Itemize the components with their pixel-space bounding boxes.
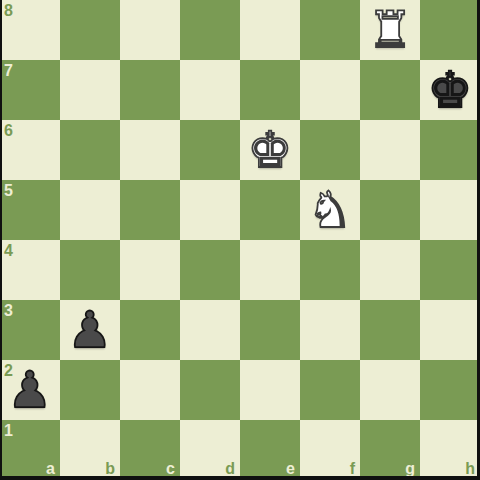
rank-label-1: 1 bbox=[4, 423, 13, 439]
square-d2[interactable] bbox=[180, 360, 240, 420]
square-g3[interactable] bbox=[360, 300, 420, 360]
board-border-bottom bbox=[0, 476, 480, 480]
square-a6[interactable]: 6 bbox=[0, 120, 60, 180]
rank-label-7: 7 bbox=[4, 63, 13, 79]
square-b3[interactable]: ♟ bbox=[60, 300, 120, 360]
square-d3[interactable] bbox=[180, 300, 240, 360]
square-a7[interactable]: 7 bbox=[0, 60, 60, 120]
file-label-h: h bbox=[465, 461, 475, 477]
square-c7[interactable] bbox=[120, 60, 180, 120]
square-e3[interactable] bbox=[240, 300, 300, 360]
black-pawn-icon[interactable]: ♟ bbox=[0, 360, 60, 420]
square-c2[interactable] bbox=[120, 360, 180, 420]
white-rook-icon[interactable]: ♜ bbox=[360, 0, 420, 60]
square-h6[interactable] bbox=[420, 120, 480, 180]
square-c8[interactable] bbox=[120, 0, 180, 60]
rank-label-3: 3 bbox=[4, 303, 13, 319]
square-h1[interactable]: h bbox=[420, 420, 480, 480]
file-label-e: e bbox=[286, 461, 295, 477]
square-c4[interactable] bbox=[120, 240, 180, 300]
square-g4[interactable] bbox=[360, 240, 420, 300]
square-f2[interactable] bbox=[300, 360, 360, 420]
square-e5[interactable] bbox=[240, 180, 300, 240]
rank-label-5: 5 bbox=[4, 183, 13, 199]
square-h2[interactable] bbox=[420, 360, 480, 420]
square-c6[interactable] bbox=[120, 120, 180, 180]
square-b4[interactable] bbox=[60, 240, 120, 300]
file-label-d: d bbox=[225, 461, 235, 477]
square-c3[interactable] bbox=[120, 300, 180, 360]
square-e7[interactable] bbox=[240, 60, 300, 120]
square-f7[interactable] bbox=[300, 60, 360, 120]
file-label-c: c bbox=[166, 461, 175, 477]
square-h8[interactable] bbox=[420, 0, 480, 60]
chess-board-wrap: 8♜7♚6♚5♞43♟2♟1abcdefgh bbox=[0, 0, 480, 480]
square-e1[interactable]: e bbox=[240, 420, 300, 480]
square-f1[interactable]: f bbox=[300, 420, 360, 480]
square-b7[interactable] bbox=[60, 60, 120, 120]
black-pawn-icon[interactable]: ♟ bbox=[60, 300, 120, 360]
square-g7[interactable] bbox=[360, 60, 420, 120]
square-d4[interactable] bbox=[180, 240, 240, 300]
square-h3[interactable] bbox=[420, 300, 480, 360]
square-b1[interactable]: b bbox=[60, 420, 120, 480]
square-f6[interactable] bbox=[300, 120, 360, 180]
rank-label-8: 8 bbox=[4, 3, 13, 19]
square-d8[interactable] bbox=[180, 0, 240, 60]
white-knight-icon[interactable]: ♞ bbox=[300, 180, 360, 240]
square-a8[interactable]: 8 bbox=[0, 0, 60, 60]
square-b6[interactable] bbox=[60, 120, 120, 180]
square-a2[interactable]: 2♟ bbox=[0, 360, 60, 420]
square-g5[interactable] bbox=[360, 180, 420, 240]
square-g2[interactable] bbox=[360, 360, 420, 420]
square-f4[interactable] bbox=[300, 240, 360, 300]
square-h4[interactable] bbox=[420, 240, 480, 300]
square-e2[interactable] bbox=[240, 360, 300, 420]
square-c5[interactable] bbox=[120, 180, 180, 240]
rank-label-6: 6 bbox=[4, 123, 13, 139]
square-a1[interactable]: 1a bbox=[0, 420, 60, 480]
square-e4[interactable] bbox=[240, 240, 300, 300]
square-f3[interactable] bbox=[300, 300, 360, 360]
square-a3[interactable]: 3 bbox=[0, 300, 60, 360]
square-e8[interactable] bbox=[240, 0, 300, 60]
file-label-g: g bbox=[405, 461, 415, 477]
square-g6[interactable] bbox=[360, 120, 420, 180]
square-d5[interactable] bbox=[180, 180, 240, 240]
chess-board: 8♜7♚6♚5♞43♟2♟1abcdefgh bbox=[0, 0, 480, 480]
square-f8[interactable] bbox=[300, 0, 360, 60]
file-label-f: f bbox=[350, 461, 355, 477]
rank-label-4: 4 bbox=[4, 243, 13, 259]
square-c1[interactable]: c bbox=[120, 420, 180, 480]
square-d1[interactable]: d bbox=[180, 420, 240, 480]
square-b8[interactable] bbox=[60, 0, 120, 60]
square-h7[interactable]: ♚ bbox=[420, 60, 480, 120]
square-b5[interactable] bbox=[60, 180, 120, 240]
square-g8[interactable]: ♜ bbox=[360, 0, 420, 60]
square-a4[interactable]: 4 bbox=[0, 240, 60, 300]
square-h5[interactable] bbox=[420, 180, 480, 240]
file-label-b: b bbox=[105, 461, 115, 477]
square-a5[interactable]: 5 bbox=[0, 180, 60, 240]
white-king-icon[interactable]: ♚ bbox=[240, 120, 300, 180]
square-f5[interactable]: ♞ bbox=[300, 180, 360, 240]
square-b2[interactable] bbox=[60, 360, 120, 420]
square-e6[interactable]: ♚ bbox=[240, 120, 300, 180]
board-border-left bbox=[0, 0, 2, 480]
black-king-icon[interactable]: ♚ bbox=[420, 60, 480, 120]
square-g1[interactable]: g bbox=[360, 420, 420, 480]
square-d6[interactable] bbox=[180, 120, 240, 180]
file-label-a: a bbox=[46, 461, 55, 477]
square-d7[interactable] bbox=[180, 60, 240, 120]
